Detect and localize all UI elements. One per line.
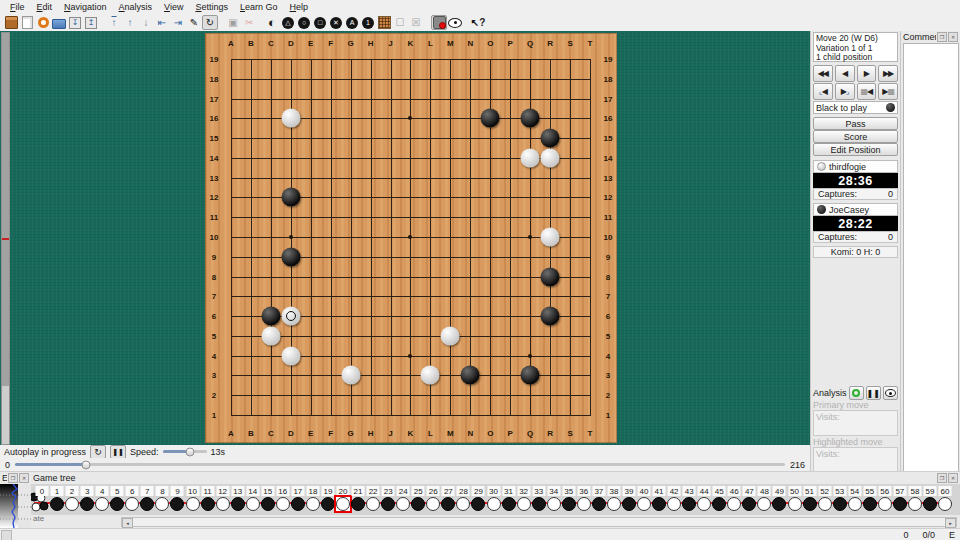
- board-coordinate-number: 2: [212, 391, 216, 400]
- game-tree-move-number: 21: [352, 486, 365, 496]
- autoplay-status-label: Autoplay in progress: [4, 447, 86, 457]
- open-recent-icon[interactable]: [35, 15, 51, 30]
- board-coordinate-number: 12: [210, 193, 219, 202]
- board-coordinate-letter: B: [248, 429, 254, 438]
- game-tree-move-node[interactable]: [742, 497, 756, 511]
- board-coordinate-number: 19: [210, 55, 219, 64]
- game-tree-move-node[interactable]: [577, 497, 591, 511]
- grid-line: [470, 59, 471, 416]
- black-stone: [461, 366, 480, 385]
- cross-marker-icon[interactable]: ✕: [328, 15, 344, 30]
- game-tree-move-number: 2: [66, 486, 79, 496]
- visits-label: Visits:: [816, 449, 840, 459]
- game-tree-move-number: 26: [427, 486, 440, 496]
- grid-line: [450, 59, 451, 416]
- board-coordinate-letter: S: [567, 429, 572, 438]
- crossbox-marker-icon[interactable]: ☒: [408, 15, 424, 30]
- game-tree-move-number: 19: [321, 486, 334, 496]
- cut-icon[interactable]: ✂: [241, 15, 257, 30]
- black-captures-label: Captures:: [818, 232, 857, 242]
- board-coordinate-number: 15: [604, 134, 613, 143]
- circle-glyph: ○: [298, 17, 310, 29]
- game-tree-move-number: 41: [653, 486, 666, 496]
- board-coordinate-letter: M: [447, 39, 454, 48]
- next-move-icon[interactable]: ⇥: [170, 15, 186, 30]
- move-slider-handle[interactable]: [82, 460, 91, 469]
- menu-analysis[interactable]: Analysis: [113, 1, 159, 13]
- move-slider-max: 216: [790, 460, 805, 470]
- toolbar-separator: [424, 15, 431, 30]
- close-icon[interactable]: ✕: [19, 473, 29, 483]
- board-coordinate-number: 8: [212, 272, 216, 281]
- game-tree-move-number: 60: [939, 486, 952, 496]
- board-coordinate-letter: S: [567, 39, 572, 48]
- game-tree-move-node[interactable]: [306, 497, 320, 511]
- game-tree-move-node[interactable]: [155, 497, 169, 511]
- game-tree-move-node[interactable]: [562, 497, 576, 511]
- game-tree-move-number: 13: [231, 486, 244, 496]
- game-tree-move-node[interactable]: [336, 497, 350, 511]
- board-coordinate-letter: K: [408, 39, 414, 48]
- game-tree-root-node[interactable]: [40, 502, 49, 511]
- grid-line: [231, 59, 591, 60]
- board-coordinate-letter: F: [328, 429, 333, 438]
- board-coordinate-number: 18: [210, 74, 219, 83]
- evaluation-dock: Ev... ❐ ✕: [0, 472, 31, 529]
- square-marker-icon[interactable]: □: [312, 15, 328, 30]
- game-tree-move-number: 36: [577, 486, 590, 496]
- game-tree-move-number: 48: [758, 486, 771, 496]
- move-down-icon[interactable]: ↓: [138, 15, 154, 30]
- nav-buttons-row1: ◀◀ ◀ ▶ ▶▶: [813, 65, 898, 82]
- checkbox-marker-icon[interactable]: ☐: [392, 15, 408, 30]
- board-coordinate-letter: F: [328, 39, 333, 48]
- move-slider[interactable]: [15, 463, 785, 466]
- speed-slider-handle[interactable]: [185, 447, 194, 456]
- game-tree-move-number: 29: [472, 486, 485, 496]
- next-variation-button[interactable]: ▶⌟: [835, 83, 855, 100]
- eval-slider-mark: [2, 238, 9, 240]
- grid-line: [231, 79, 591, 80]
- board-coordinate-number: 4: [606, 351, 610, 360]
- game-tree-move-node[interactable]: [622, 497, 636, 511]
- first-move-icon[interactable]: ↑: [106, 15, 122, 30]
- donut-glyph: [38, 17, 49, 28]
- import-icon[interactable]: ↧: [67, 15, 83, 30]
- board-coordinate-letter: B: [248, 39, 254, 48]
- game-tree-move-number: 10: [186, 486, 199, 496]
- menu-navigation[interactable]: Navigation: [58, 1, 113, 13]
- new-document-icon[interactable]: [19, 15, 35, 30]
- game-tree-move-number: 42: [668, 486, 681, 496]
- pattern-search-icon[interactable]: [376, 15, 392, 30]
- speed-value: 13s: [211, 447, 226, 457]
- last-move-button[interactable]: ▶▶: [878, 65, 898, 82]
- connection-icon[interactable]: [431, 15, 447, 30]
- board-coordinate-number: 10: [210, 233, 219, 242]
- game-tree-move-node[interactable]: [50, 497, 64, 511]
- game-tree-move-node[interactable]: [261, 497, 275, 511]
- game-tree-move-node[interactable]: [231, 497, 245, 511]
- board-coordinate-letter: D: [288, 429, 294, 438]
- pass-button[interactable]: Pass: [813, 117, 898, 130]
- triangle-marker-icon[interactable]: △: [280, 15, 296, 30]
- edit-mode-icon[interactable]: ✎: [186, 15, 202, 30]
- nav-buttons-row2: ⌞◀ ▶⌟ ▦◀ ▶▦: [813, 83, 898, 100]
- black-captures-value: 0: [888, 232, 893, 242]
- game-tree-move-node[interactable]: [291, 497, 305, 511]
- black-stone: [521, 109, 540, 128]
- white-stone: [261, 326, 280, 345]
- game-tree-move-node[interactable]: [471, 497, 485, 511]
- grid-line: [231, 138, 591, 139]
- board-coordinate-letter: J: [388, 39, 392, 48]
- komi-row: Komi: 0 H: 0: [813, 246, 898, 258]
- find-icon[interactable]: ▣: [225, 15, 241, 30]
- board-coordinate-number: 11: [210, 213, 218, 222]
- game-tree-move-number: 37: [592, 486, 605, 496]
- game-tree-move-node[interactable]: [441, 497, 455, 511]
- game-tree-move-node[interactable]: [456, 497, 470, 511]
- menu-view[interactable]: View: [158, 1, 189, 13]
- grid-line: [231, 217, 591, 218]
- eye-icon: [885, 389, 896, 397]
- black-stone: [281, 247, 300, 266]
- vertical-eval-slider[interactable]: [1, 32, 10, 445]
- game-tree-move-node[interactable]: [125, 497, 139, 511]
- board-coordinate-letter: C: [268, 429, 274, 438]
- open-folder-icon[interactable]: [51, 15, 67, 30]
- grid-line: [231, 178, 591, 179]
- game-tree-move-node[interactable]: [246, 497, 260, 511]
- letter-marker-icon[interactable]: A: [344, 15, 360, 30]
- game-tree-move-number: 56: [878, 486, 891, 496]
- board-coordinate-letter: L: [428, 39, 433, 48]
- board-coordinate-letter: A: [228, 429, 234, 438]
- white-captures-row: Captures: 0: [813, 188, 898, 200]
- game-tree-move-number: 55: [863, 486, 876, 496]
- visits-label: Visits:: [816, 412, 840, 422]
- letter-glyph: A: [346, 17, 358, 29]
- toggle-color-icon[interactable]: ◐: [264, 15, 280, 30]
- black-stone: [521, 366, 540, 385]
- black-stone: [281, 188, 300, 207]
- eye-icon[interactable]: [447, 15, 463, 30]
- edit-position-button[interactable]: Edit Position: [813, 143, 898, 156]
- scroll-left-icon[interactable]: ◂: [122, 518, 133, 528]
- previous-move-button[interactable]: ◀: [835, 65, 855, 82]
- white-stone: [441, 326, 460, 345]
- close-icon[interactable]: ✕: [948, 32, 958, 42]
- game-tree-move-node[interactable]: [938, 497, 952, 511]
- grid-line: [570, 59, 571, 416]
- game-tree-move-node[interactable]: [426, 497, 440, 511]
- board-glyph: [5, 16, 18, 29]
- board-coordinate-number: 7: [606, 292, 610, 301]
- previous-move-icon[interactable]: ⇤: [154, 15, 170, 30]
- board-coordinate-number: 7: [212, 292, 216, 301]
- autoplay-pause-button[interactable]: ❚❚: [110, 445, 126, 459]
- game-tree-move-number: 49: [773, 486, 786, 496]
- game-tree-move-node[interactable]: [592, 497, 606, 511]
- next-move-button[interactable]: ▶: [857, 65, 877, 82]
- black-stone: [541, 307, 560, 326]
- game-tree-move-node[interactable]: [170, 497, 184, 511]
- menu-edit[interactable]: Edit: [31, 1, 59, 13]
- whats-this-icon[interactable]: ↖?: [470, 15, 486, 30]
- game-tree-move-node[interactable]: [95, 497, 109, 511]
- board-coordinate-number: 3: [212, 371, 216, 380]
- speed-slider[interactable]: [163, 450, 207, 453]
- status-bar: 0 0/0 E: [0, 528, 960, 540]
- game-tree-move-number: 59: [923, 486, 936, 496]
- next-comment-button[interactable]: ▶▦: [878, 83, 898, 100]
- game-tree-move-number: 22: [367, 486, 380, 496]
- comments-dock: Comments ❐ ✕: [900, 31, 960, 477]
- board-coordinate-number: 9: [212, 252, 216, 261]
- game-tree-move-node[interactable]: [186, 497, 200, 511]
- star-point: [528, 235, 532, 239]
- game-tree-canvas[interactable]: 0123456789101112131415161718192021222324…: [31, 484, 960, 515]
- game-tree-move-node[interactable]: [833, 497, 847, 511]
- game-tree-move-number: 3: [81, 486, 94, 496]
- game-tree-move-node[interactable]: [276, 497, 290, 511]
- black-stone: [261, 307, 280, 326]
- game-tree-move-node[interactable]: [667, 497, 681, 511]
- game-tree-move-node[interactable]: [411, 497, 425, 511]
- pattern-glyph: [378, 16, 391, 29]
- analysis-eye-button[interactable]: [883, 386, 898, 400]
- board-coordinate-letter: J: [388, 429, 392, 438]
- board-coordinate-letter: E: [308, 429, 313, 438]
- star-point: [408, 235, 412, 239]
- board-coordinate-letter: K: [408, 429, 414, 438]
- game-tree-move-node[interactable]: [848, 497, 862, 511]
- board-coordinate-letter: N: [467, 39, 473, 48]
- speed-label: Speed:: [130, 447, 159, 457]
- game-tree-move-number: 38: [607, 486, 620, 496]
- menu-file[interactable]: File: [4, 1, 31, 13]
- float-icon[interactable]: ❐: [8, 473, 18, 483]
- menu-learn-go[interactable]: Learn Go: [234, 1, 284, 13]
- game-tree-move-node[interactable]: [366, 497, 380, 511]
- toolbar-separator: [463, 15, 470, 30]
- board-coordinate-number: 11: [604, 213, 612, 222]
- scroll-right-icon[interactable]: ▸: [945, 518, 956, 528]
- white-stone: [521, 148, 540, 167]
- game-tree-move-node[interactable]: [532, 497, 546, 511]
- circle-marker-icon[interactable]: ○: [296, 15, 312, 30]
- game-tree-move-number: 18: [306, 486, 319, 496]
- white-player-name: thirdfogie: [829, 162, 866, 172]
- game-tree-move-node[interactable]: [652, 497, 666, 511]
- highlighted-move-box: Visits:: [813, 447, 898, 472]
- new-board-icon[interactable]: [3, 15, 19, 30]
- white-captures-value: 0: [888, 189, 893, 199]
- star-point: [408, 116, 412, 120]
- game-tree-move-number: 50: [788, 486, 801, 496]
- game-tree-move-number: 1: [51, 486, 64, 496]
- game-tree-move-number: 0: [36, 486, 49, 496]
- go-board[interactable]: AABBCCDDEEFFGGHHJJKKLLMMNNOOPPQQRRSSTT11…: [205, 33, 617, 443]
- board-coordinate-number: 3: [606, 371, 610, 380]
- grid-line: [430, 59, 431, 416]
- move-slider-fill: [15, 463, 86, 466]
- board-coordinate-number: 2: [606, 391, 610, 400]
- menu-settings[interactable]: Settings: [189, 1, 234, 13]
- triangle-glyph: △: [282, 17, 294, 29]
- game-tree-move-number: 53: [833, 486, 846, 496]
- black-player-row: JoeCasey: [813, 203, 898, 216]
- autoplay-bar: Autoplay in progress ↻ ❚❚ Speed: 13s: [0, 445, 810, 458]
- board-coordinate-number: 17: [604, 94, 613, 103]
- board-coordinate-letter: P: [508, 429, 513, 438]
- analysis-header: Analysis ❚❚: [813, 386, 898, 400]
- game-tree-move-number: 58: [908, 486, 921, 496]
- game-tree-move-node[interactable]: [727, 497, 741, 511]
- game-tree-move-node[interactable]: [697, 497, 711, 511]
- game-tree-move-node[interactable]: [321, 497, 335, 511]
- evaluation-graph: [0, 484, 31, 528]
- analysis-pause-button[interactable]: ❚❚: [866, 386, 881, 400]
- move-info-box: Move 20 (W D6) Variation 1 of 1 1 child …: [813, 32, 898, 62]
- float-icon[interactable]: ❐: [937, 473, 947, 483]
- score-button[interactable]: Score: [813, 130, 898, 143]
- game-tree-move-node[interactable]: [607, 497, 621, 511]
- game-tree-move-node[interactable]: [757, 497, 771, 511]
- move-info-line3: 1 child position: [816, 53, 895, 63]
- file-glyph: [22, 16, 33, 29]
- board-coordinate-letter: T: [588, 429, 593, 438]
- move-up-icon[interactable]: ↑: [122, 15, 138, 30]
- game-tree-move-node[interactable]: [201, 497, 215, 511]
- game-tree-move-node[interactable]: [893, 497, 907, 511]
- game-tree-move-node[interactable]: [381, 497, 395, 511]
- game-tree-move-number: 27: [442, 486, 455, 496]
- game-tree-scrollbar[interactable]: ◂ ▸: [121, 517, 957, 527]
- board-coordinate-number: 1: [606, 411, 610, 420]
- previous-variation-button[interactable]: ⌞◀: [813, 83, 833, 100]
- board-coordinate-letter: T: [588, 39, 593, 48]
- board-coordinate-number: 16: [210, 114, 219, 123]
- white-clock: 28:36: [813, 173, 898, 188]
- board-coordinate-letter: O: [487, 39, 493, 48]
- game-tree-move-node[interactable]: [908, 497, 922, 511]
- highlighted-move-label: Highlighted move: [813, 437, 898, 447]
- comments-header: Comments ❐ ✕: [901, 31, 960, 42]
- board-coordinate-number: 6: [606, 312, 610, 321]
- board-coordinate-number: 8: [606, 272, 610, 281]
- toolbar: ↧ ↥ ↑ ↑ ↓ ⇤ ⇥ ✎ ↻ ▣ ✂ ◐ △ ○ □ ✕ A 1 ☐ ☒ …: [0, 14, 960, 32]
- board-coordinate-number: 14: [210, 153, 219, 162]
- game-tree-move-node[interactable]: [712, 497, 726, 511]
- game-tree-move-number: 7: [141, 486, 154, 496]
- black-stone: [541, 267, 560, 286]
- move-slider-row: 0 216: [0, 458, 810, 471]
- game-tree-move-number: 40: [638, 486, 651, 496]
- status-value-3: E: [949, 530, 955, 540]
- game-tree-move-node[interactable]: [878, 497, 892, 511]
- game-tree-move-node[interactable]: [788, 497, 802, 511]
- game-tree-move-node[interactable]: [396, 497, 410, 511]
- autoplay-toggle-button[interactable]: ↻: [90, 445, 106, 459]
- game-tree-move-number: 47: [743, 486, 756, 496]
- float-icon[interactable]: ❐: [937, 32, 947, 42]
- menu-help[interactable]: Help: [284, 1, 315, 13]
- game-tree-move-node[interactable]: [923, 497, 937, 511]
- number-marker-icon[interactable]: 1: [360, 15, 376, 30]
- first-move-button[interactable]: ◀◀: [813, 65, 833, 82]
- game-tree-move-node[interactable]: [487, 497, 501, 511]
- connection-glyph: [433, 16, 446, 29]
- game-tree-move-node[interactable]: [65, 497, 79, 511]
- game-tree-move-number: 39: [622, 486, 635, 496]
- game-tree-move-number: 32: [517, 486, 530, 496]
- game-tree-move-node[interactable]: [863, 497, 877, 511]
- grid-line: [590, 59, 591, 416]
- game-tree-move-number: 31: [502, 486, 515, 496]
- import-glyph: ↧: [69, 17, 81, 29]
- game-tree-move-node[interactable]: [772, 497, 786, 511]
- game-tree-move-node[interactable]: [637, 497, 651, 511]
- board-coordinate-number: 6: [212, 312, 216, 321]
- game-tree-move-node[interactable]: [682, 497, 696, 511]
- game-tree-move-node[interactable]: [818, 497, 832, 511]
- white-stone: [541, 148, 560, 167]
- board-coordinate-letter: A: [228, 39, 234, 48]
- white-stone: [281, 109, 300, 128]
- game-tree-move-node[interactable]: [502, 497, 516, 511]
- previous-comment-button[interactable]: ▦◀: [857, 83, 877, 100]
- analysis-start-button[interactable]: [849, 386, 864, 400]
- star-point: [528, 354, 532, 358]
- game-tree-move-number: 30: [487, 486, 500, 496]
- game-tree-move-number: 35: [562, 486, 575, 496]
- autoplay-icon[interactable]: ↻: [202, 15, 218, 30]
- grid-line: [231, 99, 591, 100]
- board-coordinate-letter: H: [368, 39, 374, 48]
- game-tree-move-node[interactable]: [110, 497, 124, 511]
- white-captures-label: Captures:: [818, 189, 857, 199]
- game-tree-move-node[interactable]: [140, 497, 154, 511]
- game-tree-move-number: 17: [291, 486, 304, 496]
- game-tree-move-number: 52: [818, 486, 831, 496]
- game-tree-move-node[interactable]: [547, 497, 561, 511]
- close-icon[interactable]: ✕: [948, 473, 958, 483]
- game-tree-move-node[interactable]: [216, 497, 230, 511]
- board-coordinate-letter: C: [268, 39, 274, 48]
- game-tree-move-number: 5: [111, 486, 124, 496]
- board-area: AABBCCDDEEFFGGHHJJKKLLMMNNOOPPQQRRSSTT11…: [0, 31, 810, 445]
- cross-glyph: ✕: [330, 17, 342, 29]
- game-tree-move-number: 6: [126, 486, 139, 496]
- board-coordinate-number: 13: [210, 173, 219, 182]
- game-tree-move-node[interactable]: [351, 497, 365, 511]
- export-icon[interactable]: ↥: [83, 15, 99, 30]
- board-coordinate-number: 1: [212, 411, 216, 420]
- evaluation-title: Ev...: [2, 473, 7, 483]
- board-coordinate-letter: Q: [527, 39, 533, 48]
- game-tree-move-node[interactable]: [517, 497, 531, 511]
- comments-textarea[interactable]: [903, 43, 959, 475]
- game-tree-move-node[interactable]: [803, 497, 817, 511]
- toolbar-separator: [99, 15, 106, 30]
- black-player-name: JoeCasey: [829, 205, 869, 215]
- game-tree-move-node[interactable]: [80, 497, 94, 511]
- game-tree-move-number: 24: [397, 486, 410, 496]
- game-tree-move-number: 34: [547, 486, 560, 496]
- white-player-row: thirdfogie: [813, 160, 898, 173]
